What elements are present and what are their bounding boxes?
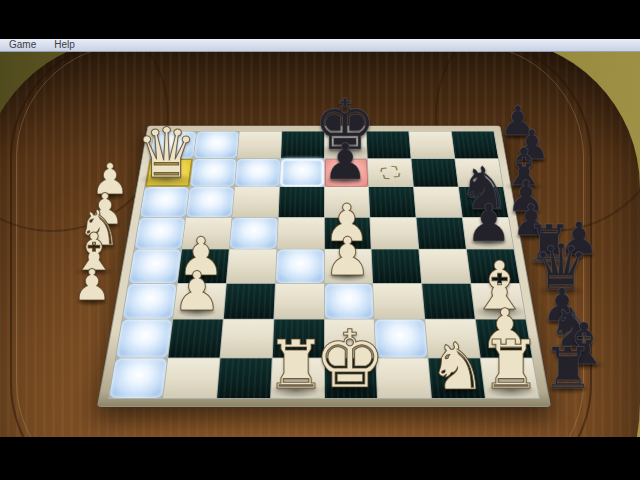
piece-black-pawn-e7[interactable]: ♟ [323, 137, 368, 187]
square-c1[interactable] [217, 358, 272, 398]
square-g8[interactable] [409, 132, 454, 158]
square-c6[interactable] [232, 187, 279, 217]
square-c4[interactable] [227, 249, 276, 282]
chess-titans-window: Game Help ❯❯❯❯ ♚♛♟♞♟♟♟♟♟♝♟♜♚♞♜♟♟♞♝♟♟♟♝♟♟… [0, 0, 640, 480]
piece-white-queen-a7[interactable]: ♛ [135, 119, 197, 188]
square-f6[interactable] [369, 187, 416, 217]
square-c8[interactable] [237, 132, 281, 158]
piece-white-pawn-e4[interactable]: ♟ [324, 230, 372, 283]
square-g4[interactable] [419, 249, 470, 282]
square-f4[interactable] [372, 249, 421, 282]
menu-game[interactable]: Game [0, 39, 45, 51]
square-c7[interactable] [235, 159, 280, 187]
title-bar [0, 0, 640, 39]
square-g3[interactable] [422, 283, 475, 318]
bottom-bar [0, 437, 640, 480]
square-d5[interactable] [277, 217, 324, 248]
piece-white-pawn-b3[interactable]: ♟ [173, 265, 221, 319]
menu-help[interactable]: Help [45, 39, 84, 51]
square-a3[interactable] [123, 283, 177, 318]
piece-white-king-e1[interactable]: ♚ [314, 320, 386, 400]
square-c3[interactable] [224, 283, 275, 318]
square-f5[interactable] [371, 217, 419, 248]
piece-white-knight-g1[interactable]: ♞ [428, 334, 486, 399]
square-d4[interactable] [276, 249, 324, 282]
piece-white-rook-h1[interactable]: ♜ [481, 332, 541, 399]
piece-black-pawn-h5[interactable]: ♟ [466, 197, 513, 249]
square-b1[interactable] [163, 358, 219, 398]
square-c5[interactable] [230, 217, 278, 248]
square-b2[interactable] [168, 320, 222, 358]
captured-white-pawn[interactable]: ♟ [73, 264, 112, 307]
menu-bar: Game Help [0, 39, 640, 52]
square-a2[interactable] [116, 320, 172, 358]
square-d6[interactable] [278, 187, 323, 217]
square-a1[interactable] [109, 358, 167, 398]
square-g7[interactable] [412, 159, 458, 187]
square-g6[interactable] [414, 187, 462, 217]
square-b8[interactable] [194, 132, 239, 158]
game-scene: ❯❯❯❯ ♚♛♟♞♟♟♟♟♟♝♟♜♚♞♜♟♟♞♝♟♟♟♝♟♟♜♟♛♟♞♝♜ [0, 52, 640, 437]
captured-black-rook[interactable]: ♜ [542, 340, 593, 397]
